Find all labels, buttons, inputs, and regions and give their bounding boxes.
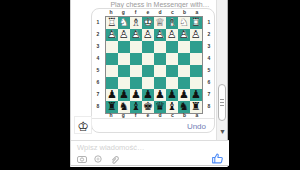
coord-label: 5	[204, 64, 214, 76]
coord-label: 2	[204, 28, 214, 40]
coord-label: 3	[93, 40, 103, 52]
square-c3	[166, 41, 178, 53]
square-h5	[106, 65, 118, 77]
sticker-circle-icon[interactable]	[94, 155, 102, 163]
conversation-title: Play chess in Messenger with…	[95, 1, 225, 8]
square-c4	[166, 53, 178, 65]
square-e2: ♟♙	[142, 29, 154, 41]
thumbs-up-icon[interactable]	[211, 152, 224, 165]
white-pawn: ♙	[166, 29, 178, 41]
square-d2: ♟♙	[154, 29, 166, 41]
avatar: ♔	[74, 116, 92, 134]
scrollbar-thumb[interactable]	[218, 84, 226, 121]
white-pawn: ♙	[106, 29, 118, 41]
coord-label: 2	[93, 28, 103, 40]
scroll-down-arrow-icon[interactable]: ▼	[217, 126, 228, 138]
coord-label: 4	[93, 52, 103, 64]
coord-label: 1	[93, 16, 103, 28]
white-pawn: ♙	[142, 29, 154, 41]
square-a2: ♟♙	[190, 29, 202, 41]
square-d5	[154, 65, 166, 77]
chess-board: ♜♖♞♘♝♗♚♔♛♕♝♗♞♘♜♖♟♙♟♙♟♙♟♙♟♙♟♙♟♙♟♙♟♟♟♟♟♟♟♟…	[105, 16, 203, 114]
bubble-footer: Undo	[92, 118, 214, 133]
coord-label: 6	[204, 76, 214, 88]
white-pawn: ♙	[154, 29, 166, 41]
coord-label: b	[179, 10, 191, 15]
square-e5	[142, 65, 154, 77]
white-pawn: ♙	[178, 29, 190, 41]
square-b2: ♟♙	[178, 29, 190, 41]
coord-label: h	[105, 10, 117, 15]
square-g5	[118, 65, 130, 77]
coord-label: 7	[93, 88, 103, 100]
black-bishop: ♝	[130, 101, 142, 113]
square-b5	[178, 65, 190, 77]
square-g3	[118, 41, 130, 53]
file-labels-top: hgfedcba	[105, 10, 203, 15]
coord-label: 8	[93, 100, 103, 112]
coord-label: 4	[204, 52, 214, 64]
white-pawn: ♙	[118, 29, 130, 41]
square-f3	[130, 41, 142, 53]
square-h3	[106, 41, 118, 53]
square-a5	[190, 65, 202, 77]
square-h4	[106, 53, 118, 65]
chess-message-bubble: hgfedcba 12345678 ♜♖♞♘♝♗♚♔♛♕♝♗♞♘♜♖♟♙♟♙♟♙…	[91, 8, 215, 133]
square-e4	[142, 53, 154, 65]
square-f4	[130, 53, 142, 65]
square-c2: ♟♙	[166, 29, 178, 41]
scrollbar: ▼	[216, 0, 227, 140]
square-a3	[190, 41, 202, 53]
square-c5	[166, 65, 178, 77]
white-pawn: ♙	[130, 29, 142, 41]
square-f5	[130, 65, 142, 77]
coord-label: 3	[204, 40, 214, 52]
square-d4	[154, 53, 166, 65]
square-b4	[178, 53, 190, 65]
composer: Wpisz wiadomość…	[71, 140, 229, 166]
message-input[interactable]: Wpisz wiadomość…	[77, 143, 145, 152]
coord-label: 6	[93, 76, 103, 88]
coord-label: e	[142, 10, 154, 15]
chat-panel: Play chess in Messenger with… hgfedcba 1…	[70, 0, 228, 167]
screen: Play chess in Messenger with… hgfedcba 1…	[0, 0, 300, 170]
square-f2: ♟♙	[130, 29, 142, 41]
coord-label: 1	[204, 16, 214, 28]
rank-labels-left: 12345678	[93, 16, 103, 112]
white-king-icon: ♔	[77, 119, 89, 134]
square-h2: ♟♙	[106, 29, 118, 41]
rank-labels-right: 12345678	[204, 16, 214, 112]
square-g4	[118, 53, 130, 65]
coord-label: 7	[204, 88, 214, 100]
coord-label: f	[130, 10, 142, 15]
square-f8: ♝	[130, 101, 142, 113]
coord-label: c	[166, 10, 178, 15]
square-a4	[190, 53, 202, 65]
paperclip-icon[interactable]	[110, 155, 120, 165]
square-b3	[178, 41, 190, 53]
coord-label: a	[191, 10, 203, 15]
coord-label: g	[117, 10, 129, 15]
white-pawn: ♙	[190, 29, 202, 41]
coord-label: d	[154, 10, 166, 15]
coord-label: 5	[93, 64, 103, 76]
square-d3	[154, 41, 166, 53]
square-e3	[142, 41, 154, 53]
square-g2: ♟♙	[118, 29, 130, 41]
undo-button[interactable]: Undo	[187, 122, 206, 131]
coord-label: 8	[204, 100, 214, 112]
camera-icon[interactable]	[77, 155, 87, 163]
